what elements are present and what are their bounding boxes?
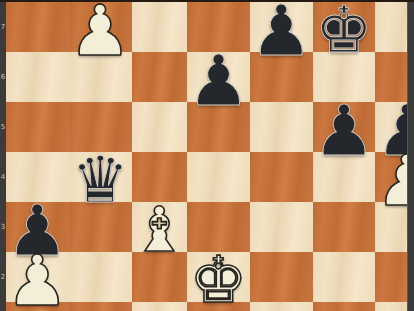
square-g3[interactable] (313, 202, 376, 252)
black-pawn-e6[interactable]: ♟ (187, 46, 250, 116)
black-pawn-g5[interactable]: ♟ (313, 96, 376, 166)
square-a7[interactable] (6, 2, 69, 52)
square-d1[interactable] (132, 302, 188, 311)
rank-label-6: 6 (0, 74, 6, 81)
square-d3[interactable]: ♝ (132, 202, 188, 252)
square-f1[interactable] (250, 302, 313, 311)
square-d5[interactable] (132, 102, 188, 152)
black-pawn-f7[interactable]: ♟ (250, 2, 313, 66)
square-c2[interactable] (69, 252, 132, 302)
white-pawn-h4[interactable]: ♟ (375, 146, 407, 216)
square-a6[interactable] (6, 52, 69, 102)
square-f5[interactable] (250, 102, 313, 152)
square-h2[interactable] (375, 252, 407, 302)
square-c1[interactable] (69, 302, 132, 311)
square-h7[interactable] (375, 2, 407, 52)
square-f7[interactable]: ♟ (250, 2, 313, 52)
black-king-g7[interactable]: ♚ (315, 2, 372, 62)
square-g1[interactable] (313, 302, 376, 311)
white-pawn-a2[interactable]: ♟ (6, 246, 69, 311)
square-a2[interactable]: ♟ (6, 252, 69, 302)
square-e6[interactable]: ♟ (187, 52, 250, 102)
square-a5[interactable] (6, 102, 69, 152)
rank-label-4: 4 (0, 174, 6, 181)
white-king-e2[interactable]: ♚ (190, 248, 247, 311)
square-h4[interactable]: ♟ (375, 152, 407, 202)
chess-diagram: ♟♟♚♟♟♟♛♟♟♝♟♚ 765432 (0, 0, 414, 311)
square-d7[interactable] (132, 2, 188, 52)
black-queen-c4[interactable]: ♛ (71, 148, 128, 212)
square-g7[interactable]: ♚ (313, 2, 376, 52)
square-h1[interactable] (375, 302, 407, 311)
square-g5[interactable]: ♟ (313, 102, 376, 152)
white-bishop-d3[interactable]: ♝ (132, 199, 188, 261)
rank-label-5: 5 (0, 124, 6, 131)
white-pawn-c7[interactable]: ♟ (69, 2, 132, 66)
rank-label-7: 7 (0, 24, 6, 31)
rank-label-3: 3 (0, 224, 6, 231)
square-f3[interactable] (250, 202, 313, 252)
square-c4[interactable]: ♛ (69, 152, 132, 202)
rank-label-2: 2 (0, 274, 6, 281)
square-f2[interactable] (250, 252, 313, 302)
board-top-edge (0, 0, 414, 2)
square-g2[interactable] (313, 252, 376, 302)
square-e2[interactable]: ♚ (187, 252, 250, 302)
square-f4[interactable] (250, 152, 313, 202)
square-d6[interactable] (132, 52, 188, 102)
chess-board[interactable]: ♟♟♚♟♟♟♛♟♟♝♟♚ (6, 2, 407, 311)
square-e4[interactable] (187, 152, 250, 202)
right-frame-bar (407, 0, 414, 311)
square-c7[interactable]: ♟ (69, 2, 132, 52)
rank-labels-bar (0, 0, 6, 311)
